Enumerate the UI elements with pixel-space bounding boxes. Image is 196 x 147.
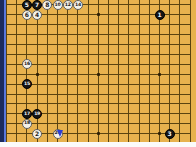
stone-black-3-R4: 3 xyxy=(165,129,175,139)
stone-move-number: 1 xyxy=(157,12,161,18)
star-point-16-10 xyxy=(158,73,161,76)
grid-line-vertical-7 xyxy=(67,0,68,142)
grid-line-horizontal-11 xyxy=(6,84,191,85)
grid-line-vertical-15 xyxy=(149,0,150,142)
stone-move-number: 15 xyxy=(24,82,30,87)
stone-white-4-D16: 4 xyxy=(32,10,42,20)
stone-move-number: 19 xyxy=(34,112,40,117)
stone-move-number: 8 xyxy=(45,2,49,8)
stone-white-12-G17: 12 xyxy=(63,0,73,10)
stone-move-number: 18 xyxy=(24,122,30,127)
grid-line-vertical-17 xyxy=(169,0,170,142)
grid-line-horizontal-8 xyxy=(6,54,191,55)
grid-line-horizontal-15 xyxy=(6,123,191,124)
star-point-10-4 xyxy=(97,13,100,16)
stone-move-number: 14 xyxy=(75,3,81,8)
grid-line-horizontal-7 xyxy=(6,44,191,45)
grid-line-vertical-1 xyxy=(6,0,7,142)
stone-move-number: 6 xyxy=(25,12,29,18)
stone-black-7-D17: 7 xyxy=(32,0,42,10)
star-point-10-10 xyxy=(97,73,100,76)
grid-line-vertical-5 xyxy=(47,0,48,142)
stone-move-number: 7 xyxy=(35,2,39,8)
grid-line-vertical-9 xyxy=(88,0,89,142)
stone-move-number: 4 xyxy=(35,12,39,18)
stone-white-6-C16: 6 xyxy=(22,10,32,20)
grid-line-horizontal-5 xyxy=(6,24,191,25)
stone-white-2-D4: 2 xyxy=(32,129,42,139)
stone-white-14-H17: 14 xyxy=(73,0,83,10)
stone-white-18-C5: 18 xyxy=(22,119,32,129)
last-move-marker-icon xyxy=(57,130,63,137)
stone-black-17-C6: 17 xyxy=(22,109,32,119)
grid-line-horizontal-9 xyxy=(6,64,191,65)
grid-line-horizontal-6 xyxy=(6,34,191,35)
star-point-10-16 xyxy=(97,132,100,135)
grid-line-vertical-12 xyxy=(118,0,119,142)
stone-black-15-C9: 15 xyxy=(22,79,32,89)
grid-line-vertical-13 xyxy=(128,0,129,142)
grid-line-vertical-19 xyxy=(190,0,191,142)
grid-line-vertical-4 xyxy=(37,0,38,142)
star-point-4-10 xyxy=(36,73,39,76)
stone-move-number: 2 xyxy=(35,131,39,137)
stone-move-number: 3 xyxy=(168,131,172,137)
window-left-border-inner xyxy=(4,0,6,142)
stone-move-number: 16 xyxy=(24,62,30,67)
grid-line-horizontal-13 xyxy=(6,103,191,104)
window-bottom-strip xyxy=(0,142,196,147)
grid-line-vertical-16 xyxy=(159,0,160,142)
go-kifu-screenshot: 12345678101214151617181920 xyxy=(0,0,196,147)
stone-move-number: 10 xyxy=(55,3,61,8)
stone-white-16-C11: 16 xyxy=(22,59,32,69)
stone-black-5-C17: 5 xyxy=(22,0,32,10)
go-board[interactable]: 12345678101214151617181920 xyxy=(0,0,196,142)
stone-white-8-E17: 8 xyxy=(42,0,52,10)
stone-black-19-D6: 19 xyxy=(32,109,42,119)
stone-move-number: 12 xyxy=(65,3,71,8)
stone-black-1-Q16: 1 xyxy=(155,10,165,20)
grid-line-vertical-2 xyxy=(16,0,17,142)
grid-line-vertical-10 xyxy=(98,0,99,142)
grid-line-vertical-6 xyxy=(57,0,58,142)
grid-line-horizontal-12 xyxy=(6,94,191,95)
grid-line-vertical-18 xyxy=(179,0,180,142)
grid-line-vertical-8 xyxy=(77,0,78,142)
grid-line-vertical-14 xyxy=(139,0,140,142)
star-point-16-16 xyxy=(158,132,161,135)
grid-line-vertical-11 xyxy=(108,0,109,142)
stone-white-10-F17: 10 xyxy=(53,0,63,10)
stone-move-number: 17 xyxy=(24,112,30,117)
stone-move-number: 5 xyxy=(25,2,29,8)
